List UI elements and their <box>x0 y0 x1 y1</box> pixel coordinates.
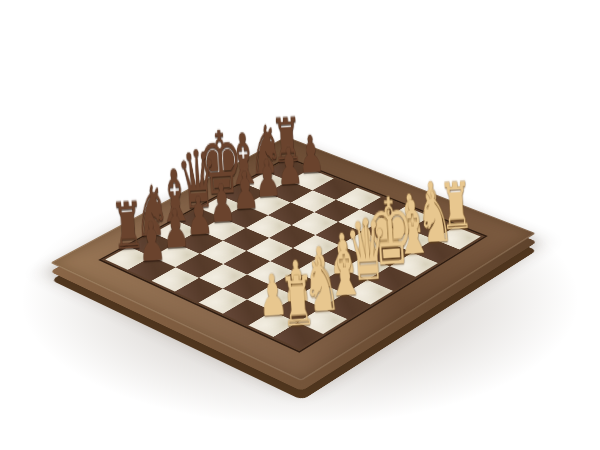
square-a6[interactable] <box>151 267 199 291</box>
white-rook-a1[interactable]: ♜ <box>278 267 316 337</box>
photo-background: ♜♞♝♛♚♝♞♜♟♟♟♟♟♟♟♟♟♟♟♟♟♟♟♟♜♞♝♛♚♝♞♜ <box>0 0 600 450</box>
square-b5[interactable] <box>199 264 247 288</box>
board-frame: ♜♞♝♛♚♝♞♜♟♟♟♟♟♟♟♟♟♟♟♟♟♟♟♟♜♞♝♛♚♝♞♜ <box>50 136 536 381</box>
black-pawn-a7[interactable]: ♟ <box>136 214 167 270</box>
chess-board: ♜♞♝♛♚♝♞♜♟♟♟♟♟♟♟♟♟♟♟♟♟♟♟♟♜♞♝♛♚♝♞♜ <box>50 136 536 381</box>
camera-roll-wrapper: ♜♞♝♛♚♝♞♜♟♟♟♟♟♟♟♟♟♟♟♟♟♟♟♟♜♞♝♛♚♝♞♜ <box>0 0 600 450</box>
